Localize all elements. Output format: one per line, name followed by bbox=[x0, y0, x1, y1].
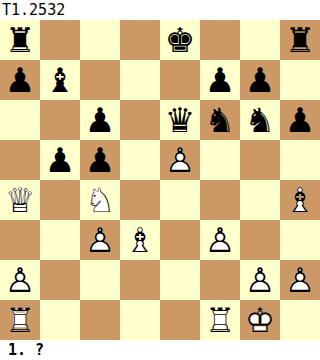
white-pawn-piece: ♟♙ bbox=[240, 260, 280, 300]
square-h2[interactable]: ♟♙ bbox=[280, 260, 320, 300]
black-rook-piece: ♜ bbox=[280, 20, 320, 60]
white-knight-piece: ♞♘ bbox=[80, 180, 120, 220]
square-b1[interactable] bbox=[40, 300, 80, 340]
square-g5[interactable] bbox=[240, 140, 280, 180]
square-f6[interactable]: ♞ bbox=[200, 100, 240, 140]
black-pawn-piece: ♟ bbox=[200, 60, 240, 100]
white-pawn-piece: ♟♙ bbox=[200, 220, 240, 260]
square-h7[interactable] bbox=[280, 60, 320, 100]
square-c1[interactable] bbox=[80, 300, 120, 340]
square-e6[interactable]: ♛ bbox=[160, 100, 200, 140]
black-pawn-piece: ♟ bbox=[40, 140, 80, 180]
square-g2[interactable]: ♟♙ bbox=[240, 260, 280, 300]
white-bishop-piece: ♝♗ bbox=[120, 220, 160, 260]
square-d7[interactable] bbox=[120, 60, 160, 100]
square-f4[interactable] bbox=[200, 180, 240, 220]
square-d3[interactable]: ♝♗ bbox=[120, 220, 160, 260]
white-king-piece: ♚♔ bbox=[240, 300, 280, 340]
black-pawn-piece: ♟ bbox=[80, 100, 120, 140]
square-g3[interactable] bbox=[240, 220, 280, 260]
square-e8[interactable]: ♚ bbox=[160, 20, 200, 60]
square-f7[interactable]: ♟ bbox=[200, 60, 240, 100]
square-h1[interactable] bbox=[280, 300, 320, 340]
black-pawn-piece: ♟ bbox=[280, 100, 320, 140]
square-f5[interactable] bbox=[200, 140, 240, 180]
white-pawn-piece: ♟♙ bbox=[160, 140, 200, 180]
white-rook-piece: ♜♖ bbox=[0, 300, 40, 340]
square-c5[interactable]: ♟ bbox=[80, 140, 120, 180]
black-queen-piece: ♛ bbox=[160, 100, 200, 140]
square-e3[interactable] bbox=[160, 220, 200, 260]
square-g6[interactable]: ♞ bbox=[240, 100, 280, 140]
white-queen-piece: ♛♕ bbox=[0, 180, 40, 220]
square-b7[interactable]: ♝ bbox=[40, 60, 80, 100]
puzzle-title: T1.2532 bbox=[0, 0, 320, 20]
square-b6[interactable] bbox=[40, 100, 80, 140]
black-king-piece: ♚ bbox=[160, 20, 200, 60]
black-rook-piece: ♜ bbox=[0, 20, 40, 60]
square-c6[interactable]: ♟ bbox=[80, 100, 120, 140]
square-b4[interactable] bbox=[40, 180, 80, 220]
square-c8[interactable] bbox=[80, 20, 120, 60]
square-a2[interactable]: ♟♙ bbox=[0, 260, 40, 300]
black-pawn-piece: ♟ bbox=[80, 140, 120, 180]
square-c7[interactable] bbox=[80, 60, 120, 100]
square-h6[interactable]: ♟ bbox=[280, 100, 320, 140]
square-f3[interactable]: ♟♙ bbox=[200, 220, 240, 260]
square-h3[interactable] bbox=[280, 220, 320, 260]
chess-board: ♜♚♜♟♝♟♟♟♛♞♞♟♟♟♟♙♛♕♞♘♝♗♟♙♝♗♟♙♟♙♟♙♟♙♜♖♜♖♚♔ bbox=[0, 20, 320, 340]
square-f8[interactable] bbox=[200, 20, 240, 60]
black-knight-piece: ♞ bbox=[200, 100, 240, 140]
move-prompt: 1. ? bbox=[0, 340, 320, 360]
square-a7[interactable]: ♟ bbox=[0, 60, 40, 100]
square-c2[interactable] bbox=[80, 260, 120, 300]
square-d6[interactable] bbox=[120, 100, 160, 140]
square-h4[interactable]: ♝♗ bbox=[280, 180, 320, 220]
square-a4[interactable]: ♛♕ bbox=[0, 180, 40, 220]
square-e5[interactable]: ♟♙ bbox=[160, 140, 200, 180]
black-pawn-piece: ♟ bbox=[0, 60, 40, 100]
square-a6[interactable] bbox=[0, 100, 40, 140]
square-h8[interactable]: ♜ bbox=[280, 20, 320, 60]
square-d5[interactable] bbox=[120, 140, 160, 180]
square-g7[interactable]: ♟ bbox=[240, 60, 280, 100]
square-d1[interactable] bbox=[120, 300, 160, 340]
square-e4[interactable] bbox=[160, 180, 200, 220]
black-pawn-piece: ♟ bbox=[240, 60, 280, 100]
square-g1[interactable]: ♚♔ bbox=[240, 300, 280, 340]
square-g4[interactable] bbox=[240, 180, 280, 220]
square-d2[interactable] bbox=[120, 260, 160, 300]
square-a1[interactable]: ♜♖ bbox=[0, 300, 40, 340]
square-b8[interactable] bbox=[40, 20, 80, 60]
white-pawn-piece: ♟♙ bbox=[80, 220, 120, 260]
square-a8[interactable]: ♜ bbox=[0, 20, 40, 60]
square-c3[interactable]: ♟♙ bbox=[80, 220, 120, 260]
white-bishop-piece: ♝♗ bbox=[280, 180, 320, 220]
square-b2[interactable] bbox=[40, 260, 80, 300]
square-b5[interactable]: ♟ bbox=[40, 140, 80, 180]
square-d8[interactable] bbox=[120, 20, 160, 60]
square-c4[interactable]: ♞♘ bbox=[80, 180, 120, 220]
square-f2[interactable] bbox=[200, 260, 240, 300]
square-a5[interactable] bbox=[0, 140, 40, 180]
white-pawn-piece: ♟♙ bbox=[0, 260, 40, 300]
square-e1[interactable] bbox=[160, 300, 200, 340]
square-g8[interactable] bbox=[240, 20, 280, 60]
black-knight-piece: ♞ bbox=[240, 100, 280, 140]
square-h5[interactable] bbox=[280, 140, 320, 180]
square-d4[interactable] bbox=[120, 180, 160, 220]
black-bishop-piece: ♝ bbox=[40, 60, 80, 100]
square-b3[interactable] bbox=[40, 220, 80, 260]
square-a3[interactable] bbox=[0, 220, 40, 260]
square-e2[interactable] bbox=[160, 260, 200, 300]
square-f1[interactable]: ♜♖ bbox=[200, 300, 240, 340]
square-e7[interactable] bbox=[160, 60, 200, 100]
white-rook-piece: ♜♖ bbox=[200, 300, 240, 340]
white-pawn-piece: ♟♙ bbox=[280, 260, 320, 300]
